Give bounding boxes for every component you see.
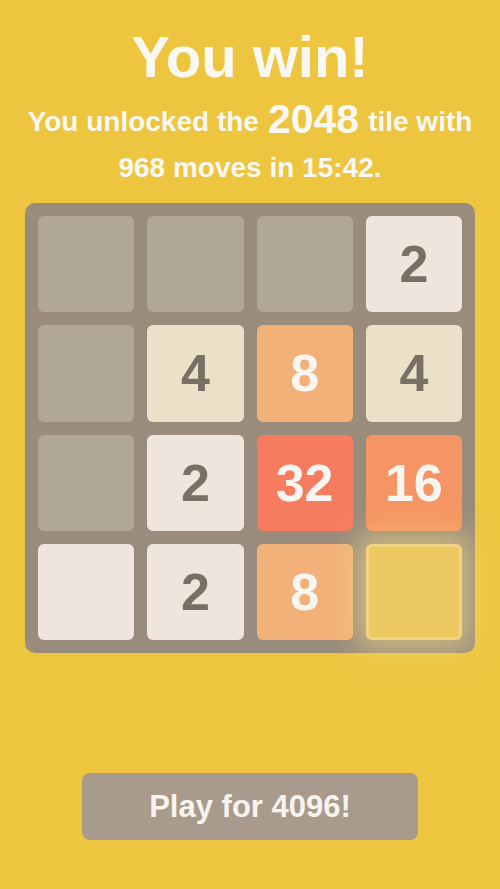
win-title: You win! bbox=[0, 22, 500, 92]
tile-2048-blank bbox=[366, 544, 462, 640]
play-button-label: Play for 4096! bbox=[149, 789, 351, 825]
win-screen: You win! You unlocked the2048tile with 9… bbox=[0, 0, 500, 889]
tile-32: 32 bbox=[257, 435, 353, 531]
tile-16: 16 bbox=[366, 435, 462, 531]
subtitle-line2: 968 moves in 15:42. bbox=[118, 152, 381, 183]
tile-8: 8 bbox=[257, 544, 353, 640]
win-subtitle: You unlocked the2048tile with 968 moves … bbox=[0, 96, 500, 191]
tile-2-blank bbox=[38, 544, 134, 640]
empty-cell bbox=[38, 435, 134, 531]
subtitle-line1-pre: You unlocked the bbox=[28, 106, 259, 137]
empty-cell bbox=[38, 216, 134, 312]
subtitle-line1-post: tile with bbox=[368, 106, 472, 137]
tile-2: 2 bbox=[147, 435, 243, 531]
tile-2: 2 bbox=[366, 216, 462, 312]
empty-cell bbox=[147, 216, 243, 312]
tile-2: 2 bbox=[147, 544, 243, 640]
tile-8: 8 bbox=[257, 325, 353, 421]
play-for-4096-button[interactable]: Play for 4096! bbox=[82, 773, 418, 840]
subtitle-tile-value: 2048 bbox=[268, 96, 359, 142]
empty-cell bbox=[257, 216, 353, 312]
tile-4: 4 bbox=[147, 325, 243, 421]
empty-cell bbox=[38, 325, 134, 421]
board-grid: 24842321628 bbox=[25, 203, 475, 653]
tile-4: 4 bbox=[366, 325, 462, 421]
